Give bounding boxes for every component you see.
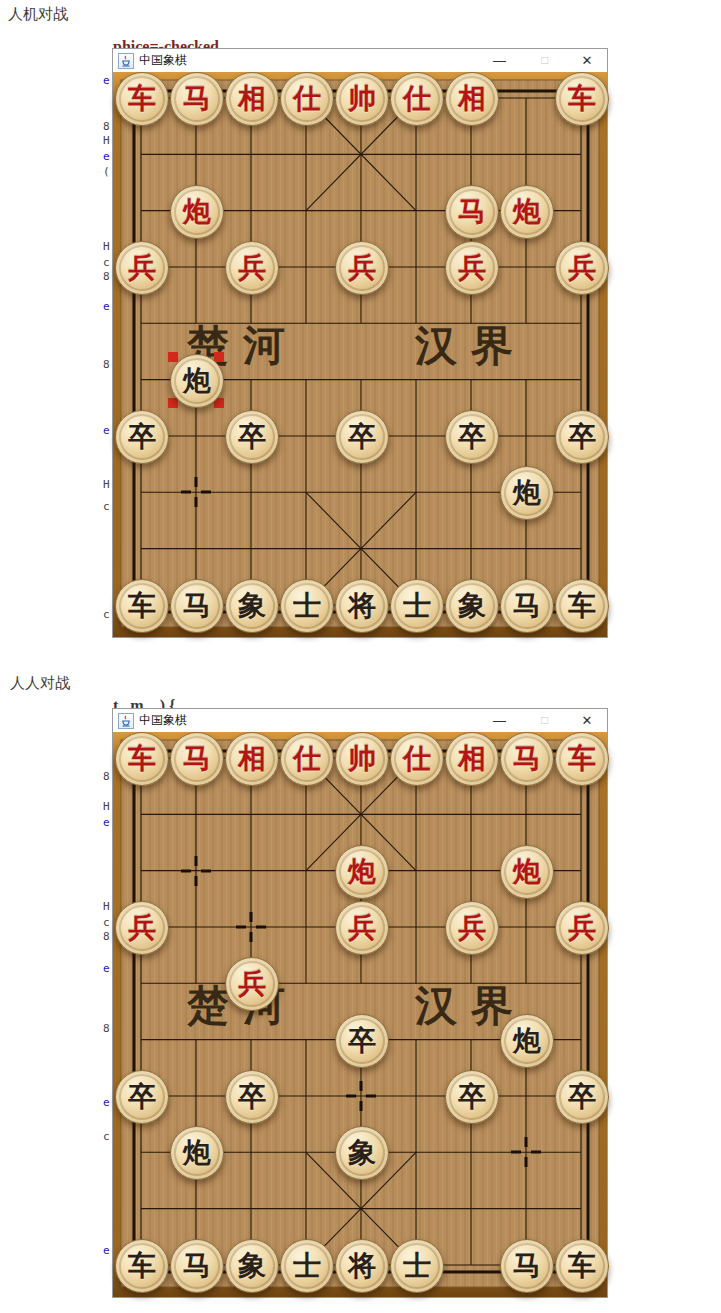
piece-character: 相 — [238, 85, 266, 113]
xq-piece-black-卒[interactable]: 卒 — [115, 410, 169, 464]
piece-character: 卒 — [568, 1083, 596, 1111]
xq-piece-red-车[interactable]: 车 — [115, 72, 169, 126]
xiangqi-window-human-vs-human: 中国象棋 — □ ✕ 楚河汉界车马相仕帅仕相马车炮炮兵兵兵兵兵卒炮卒卒卒卒炮象车… — [112, 708, 608, 1298]
last-move-origin-marker — [346, 1081, 376, 1111]
piece-character: 兵 — [128, 254, 156, 282]
piece-character: 兵 — [238, 970, 266, 998]
xq-piece-black-车[interactable]: 车 — [555, 1239, 609, 1293]
xq-piece-red-帅[interactable]: 帅 — [335, 72, 389, 126]
clipped-editor-text: c — [103, 256, 112, 269]
last-move-origin-marker — [181, 856, 211, 886]
clipped-editor-text: e — [103, 962, 112, 975]
clipped-editor-text: 8 — [103, 270, 112, 283]
xq-piece-black-卒[interactable]: 卒 — [555, 410, 609, 464]
piece-character: 卒 — [128, 423, 156, 451]
xq-piece-red-兵[interactable]: 兵 — [115, 901, 169, 955]
piece-character: 仕 — [293, 745, 321, 773]
piece-character: 车 — [568, 592, 596, 620]
xq-piece-black-卒[interactable]: 卒 — [335, 410, 389, 464]
xq-piece-red-仕[interactable]: 仕 — [390, 72, 444, 126]
xq-piece-red-炮[interactable]: 炮 — [500, 185, 554, 239]
xiangqi-board[interactable]: 楚河汉界车马相仕帅仕相马车炮炮兵兵兵兵兵卒炮卒卒卒卒炮象车马象士将士马车 — [113, 732, 607, 1297]
xq-piece-black-将[interactable]: 将 — [335, 1239, 389, 1293]
piece-character: 炮 — [513, 479, 541, 507]
xq-piece-red-相[interactable]: 相 — [225, 72, 279, 126]
piece-character: 马 — [513, 745, 541, 773]
piece-character: 炮 — [513, 198, 541, 226]
piece-character: 相 — [458, 745, 486, 773]
clipped-editor-text: 8 — [103, 120, 112, 133]
piece-character: 象 — [348, 1139, 376, 1167]
piece-character: 兵 — [128, 914, 156, 942]
clipped-editor-text: e — [103, 424, 112, 437]
piece-character: 卒 — [238, 1083, 266, 1111]
xq-piece-black-炮[interactable]: 炮 — [500, 466, 554, 520]
window-title: 中国象棋 — [139, 712, 187, 729]
clipped-editor-text: ( — [103, 165, 112, 178]
piece-character: 车 — [568, 1252, 596, 1280]
piece-character: 士 — [293, 592, 321, 620]
clipped-editor-text: e — [103, 150, 112, 163]
piece-character: 仕 — [403, 745, 431, 773]
xq-piece-red-车[interactable]: 车 — [555, 732, 609, 786]
xq-piece-black-士[interactable]: 士 — [390, 1239, 444, 1293]
xq-piece-black-马[interactable]: 马 — [170, 579, 224, 633]
last-move-origin-marker — [511, 1137, 541, 1167]
xq-piece-black-炮[interactable]: 炮 — [170, 354, 224, 408]
close-button[interactable]: ✕ — [567, 709, 607, 732]
piece-character: 象 — [458, 592, 486, 620]
piece-character: 卒 — [348, 1027, 376, 1055]
xq-piece-red-仕[interactable]: 仕 — [390, 732, 444, 786]
xq-piece-black-车[interactable]: 车 — [115, 579, 169, 633]
piece-character: 士 — [403, 1252, 431, 1280]
piece-character: 车 — [128, 85, 156, 113]
piece-character: 炮 — [183, 1139, 211, 1167]
xq-piece-red-兵[interactable]: 兵 — [335, 241, 389, 295]
piece-character: 马 — [513, 1252, 541, 1280]
clipped-editor-text: c — [103, 500, 112, 513]
clipped-editor-text: c — [103, 916, 112, 929]
xq-piece-red-车[interactable]: 车 — [555, 72, 609, 126]
xq-piece-red-兵[interactable]: 兵 — [555, 901, 609, 955]
xq-piece-red-相[interactable]: 相 — [445, 72, 499, 126]
xq-piece-black-卒[interactable]: 卒 — [555, 1070, 609, 1124]
xq-piece-black-炮[interactable]: 炮 — [170, 1126, 224, 1180]
piece-character: 马 — [458, 198, 486, 226]
piece-character: 象 — [238, 592, 266, 620]
xq-piece-red-炮[interactable]: 炮 — [335, 845, 389, 899]
xq-piece-red-马[interactable]: 马 — [170, 732, 224, 786]
clipped-editor-text: H — [103, 800, 112, 813]
xq-piece-black-马[interactable]: 马 — [500, 1239, 554, 1293]
xq-piece-black-士[interactable]: 士 — [280, 579, 334, 633]
piece-character: 兵 — [238, 254, 266, 282]
xq-piece-red-兵[interactable]: 兵 — [555, 241, 609, 295]
clipped-editor-text: H — [103, 900, 112, 913]
piece-character: 卒 — [458, 423, 486, 451]
piece-character: 卒 — [348, 423, 376, 451]
piece-character: 炮 — [348, 858, 376, 886]
piece-character: 兵 — [348, 254, 376, 282]
xq-piece-black-士[interactable]: 士 — [390, 579, 444, 633]
piece-character: 卒 — [568, 423, 596, 451]
xq-piece-red-马[interactable]: 马 — [445, 185, 499, 239]
xq-piece-red-相[interactable]: 相 — [225, 732, 279, 786]
section-label-human-vs-human: 人人对战 — [10, 674, 70, 693]
piece-character: 将 — [348, 592, 376, 620]
xq-piece-red-炮[interactable]: 炮 — [170, 185, 224, 239]
window-title: 中国象棋 — [139, 52, 187, 69]
clipped-editor-text: 8 — [103, 930, 112, 943]
piece-character: 兵 — [458, 914, 486, 942]
xq-piece-black-卒[interactable]: 卒 — [115, 1070, 169, 1124]
river-label-right: 汉界 — [415, 325, 527, 367]
last-move-origin-marker — [181, 477, 211, 507]
maximize-button[interactable]: □ — [522, 709, 567, 732]
piece-character: 将 — [348, 1252, 376, 1280]
clipped-editor-text: e — [103, 1244, 112, 1257]
last-move-origin-marker — [236, 912, 266, 942]
xq-piece-black-卒[interactable]: 卒 — [225, 410, 279, 464]
piece-character: 马 — [513, 592, 541, 620]
piece-character: 兵 — [568, 914, 596, 942]
xq-piece-red-兵[interactable]: 兵 — [225, 957, 279, 1011]
piece-character: 马 — [183, 592, 211, 620]
clipped-editor-text: e — [103, 74, 112, 87]
piece-character: 卒 — [238, 423, 266, 451]
xq-piece-red-兵[interactable]: 兵 — [115, 241, 169, 295]
clipped-editor-text: e — [103, 816, 112, 829]
maximize-button[interactable]: □ — [522, 49, 567, 72]
xq-piece-black-士[interactable]: 士 — [280, 1239, 334, 1293]
piece-character: 兵 — [568, 254, 596, 282]
xq-piece-black-卒[interactable]: 卒 — [445, 1070, 499, 1124]
xq-piece-black-车[interactable]: 车 — [555, 579, 609, 633]
piece-character: 炮 — [513, 1027, 541, 1055]
piece-character: 车 — [568, 745, 596, 773]
xq-piece-black-马[interactable]: 马 — [170, 1239, 224, 1293]
piece-character: 炮 — [183, 198, 211, 226]
xq-piece-red-车[interactable]: 车 — [115, 732, 169, 786]
xq-piece-black-马[interactable]: 马 — [500, 579, 554, 633]
minimize-button[interactable]: — — [477, 709, 522, 732]
xq-piece-red-帅[interactable]: 帅 — [335, 732, 389, 786]
piece-character: 卒 — [458, 1083, 486, 1111]
piece-character: 帅 — [348, 745, 376, 773]
xiangqi-window-human-vs-ai: 中国象棋 — □ ✕ 楚河汉界车马相仕帅仕相车炮马炮兵兵兵兵兵炮卒卒卒卒卒炮车马… — [112, 48, 608, 638]
xq-piece-black-象[interactable]: 象 — [335, 1126, 389, 1180]
section-label-human-vs-ai: 人机对战 — [8, 5, 68, 24]
xq-piece-red-兵[interactable]: 兵 — [445, 901, 499, 955]
xq-piece-black-象[interactable]: 象 — [445, 579, 499, 633]
xq-piece-red-兵[interactable]: 兵 — [335, 901, 389, 955]
xq-piece-black-车[interactable]: 车 — [115, 1239, 169, 1293]
piece-character: 士 — [293, 1252, 321, 1280]
xq-piece-red-马[interactable]: 马 — [500, 732, 554, 786]
clipped-editor-text: 8 — [103, 770, 112, 783]
piece-character: 车 — [568, 85, 596, 113]
minimize-button[interactable]: — — [477, 49, 522, 72]
piece-character: 兵 — [348, 914, 376, 942]
piece-character: 兵 — [458, 254, 486, 282]
xq-piece-red-兵[interactable]: 兵 — [445, 241, 499, 295]
piece-character: 马 — [183, 85, 211, 113]
piece-character: 仕 — [293, 85, 321, 113]
piece-character: 相 — [238, 745, 266, 773]
piece-character: 车 — [128, 1252, 156, 1280]
clipped-editor-text: H — [103, 240, 112, 253]
clipped-editor-text: 8 — [103, 358, 112, 371]
piece-character: 炮 — [183, 367, 211, 395]
xq-piece-red-仕[interactable]: 仕 — [280, 732, 334, 786]
piece-character: 马 — [183, 745, 211, 773]
piece-character: 士 — [403, 592, 431, 620]
clipped-editor-text: c — [103, 608, 112, 621]
piece-character: 象 — [238, 1252, 266, 1280]
xq-piece-black-卒[interactable]: 卒 — [225, 1070, 279, 1124]
java-coffee-cup-icon — [118, 53, 134, 69]
piece-character: 相 — [458, 85, 486, 113]
clipped-editor-text: e — [103, 300, 112, 313]
titlebar[interactable]: 中国象棋 — □ ✕ — [113, 49, 607, 72]
xiangqi-board[interactable]: 楚河汉界车马相仕帅仕相车炮马炮兵兵兵兵兵炮卒卒卒卒卒炮车马象士将士象马车 — [113, 72, 607, 637]
xq-piece-black-卒[interactable]: 卒 — [445, 410, 499, 464]
piece-character: 卒 — [128, 1083, 156, 1111]
xq-piece-red-兵[interactable]: 兵 — [225, 241, 279, 295]
piece-character: 仕 — [403, 85, 431, 113]
xq-piece-black-象[interactable]: 象 — [225, 1239, 279, 1293]
xq-piece-red-马[interactable]: 马 — [170, 72, 224, 126]
xq-piece-black-将[interactable]: 将 — [335, 579, 389, 633]
close-button[interactable]: ✕ — [567, 49, 607, 72]
piece-character: 炮 — [513, 858, 541, 886]
clipped-editor-text: c — [103, 1130, 112, 1143]
clipped-editor-text: H — [103, 134, 112, 147]
xq-piece-black-卒[interactable]: 卒 — [335, 1014, 389, 1068]
clipped-editor-text: H — [103, 478, 112, 491]
piece-character: 马 — [183, 1252, 211, 1280]
xq-piece-red-仕[interactable]: 仕 — [280, 72, 334, 126]
piece-character: 车 — [128, 745, 156, 773]
clipped-editor-text: 8 — [103, 1022, 112, 1035]
titlebar[interactable]: 中国象棋 — □ ✕ — [113, 709, 607, 732]
xq-piece-red-相[interactable]: 相 — [445, 732, 499, 786]
clipped-editor-text: e — [103, 1096, 112, 1109]
java-coffee-cup-icon — [118, 713, 134, 729]
xq-piece-red-炮[interactable]: 炮 — [500, 845, 554, 899]
piece-character: 车 — [128, 592, 156, 620]
piece-character: 帅 — [348, 85, 376, 113]
xq-piece-black-炮[interactable]: 炮 — [500, 1014, 554, 1068]
xq-piece-black-象[interactable]: 象 — [225, 579, 279, 633]
